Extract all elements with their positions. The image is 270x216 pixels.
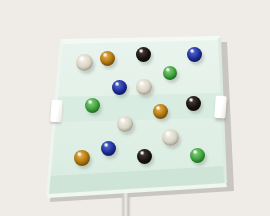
marble-clear[interactable] (117, 116, 133, 132)
marble-black[interactable] (186, 96, 201, 111)
marble-clear[interactable] (136, 79, 152, 95)
board-photo-scene (0, 0, 270, 216)
marble-blue[interactable] (112, 80, 127, 95)
marble-blue[interactable] (187, 47, 202, 62)
marble-clear[interactable] (162, 129, 179, 146)
left-clip (50, 100, 63, 123)
marble-black[interactable] (137, 149, 152, 164)
marble-clear[interactable] (76, 54, 93, 71)
marble-amber[interactable] (153, 104, 168, 119)
marble-green[interactable] (163, 66, 177, 80)
marble-amber[interactable] (74, 150, 90, 166)
marble-green[interactable] (190, 148, 205, 163)
right-clip (214, 96, 227, 119)
marble-blue[interactable] (101, 141, 116, 156)
marble-green[interactable] (85, 98, 100, 113)
marble-black[interactable] (136, 47, 151, 62)
marble-amber[interactable] (100, 51, 115, 66)
